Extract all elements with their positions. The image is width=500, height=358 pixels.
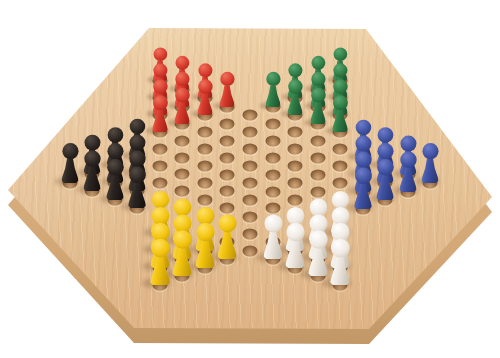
hole-r6-c3[interactable] (220, 135, 235, 146)
peg-body (287, 93, 302, 115)
peg-white[interactable] (262, 215, 283, 260)
hole-r12-c8[interactable] (243, 245, 258, 256)
hole-r5-c6[interactable] (288, 144, 303, 155)
peg-head (129, 167, 146, 184)
hole-r6-c8[interactable] (333, 178, 348, 189)
peg-head (333, 63, 347, 77)
peg-head (152, 95, 167, 110)
peg-black[interactable] (128, 167, 148, 208)
peg-head (198, 63, 212, 77)
peg-head (355, 119, 371, 135)
peg-white[interactable] (284, 223, 306, 268)
peg-body (310, 101, 326, 123)
peg-head (151, 239, 170, 258)
peg-blue[interactable] (375, 159, 395, 200)
peg-head (129, 151, 145, 167)
hole-r10-c6[interactable] (243, 211, 258, 222)
peg-blue[interactable] (398, 151, 417, 191)
peg-body (220, 85, 235, 107)
peg-head (62, 143, 78, 159)
peg-head (196, 223, 214, 241)
peg-body (61, 158, 78, 183)
hole-r5-c5[interactable] (265, 135, 280, 146)
product-photo-scene (0, 0, 500, 358)
peg-head (333, 79, 347, 93)
hole-r9-c4[interactable] (220, 186, 235, 197)
peg-head (84, 135, 100, 151)
hole-r7-c7[interactable] (310, 186, 325, 197)
peg-body (152, 109, 168, 132)
peg-red[interactable] (196, 79, 213, 115)
peg-head (311, 55, 325, 69)
peg-body (285, 240, 304, 268)
hole-r7-c1[interactable] (175, 135, 190, 146)
peg-head (153, 47, 167, 61)
peg-head (107, 159, 124, 176)
hole-r5-c7[interactable] (310, 152, 325, 163)
hole-r10-c5[interactable] (220, 203, 235, 214)
hole-r9-c2[interactable] (175, 169, 190, 180)
peg-red[interactable] (219, 71, 236, 106)
peg-white[interactable] (329, 239, 351, 285)
peg-head (288, 63, 302, 77)
peg-red[interactable] (174, 87, 191, 123)
peg-head (354, 151, 370, 167)
peg-body (376, 175, 394, 200)
hole-r6-c4[interactable] (242, 144, 257, 155)
peg-black[interactable] (105, 159, 125, 200)
peg-red[interactable] (151, 95, 169, 132)
hole-r10-c3[interactable] (175, 186, 190, 197)
peg-head (176, 55, 190, 69)
peg-head (355, 135, 371, 151)
peg-white[interactable] (307, 231, 329, 277)
peg-head (173, 231, 191, 249)
hole-r5-c4[interactable] (242, 127, 257, 138)
hole-r6-c2[interactable] (197, 127, 212, 138)
hole-r8-c5[interactable] (265, 186, 280, 197)
peg-head (422, 143, 438, 159)
peg-head (175, 71, 189, 85)
hole-r9-c3[interactable] (197, 177, 212, 188)
hole-r11-c7[interactable] (243, 228, 258, 239)
peg-head (153, 63, 167, 77)
peg-head (333, 47, 347, 61)
peg-yellow[interactable] (217, 215, 238, 260)
hole-r9-c1[interactable] (152, 160, 167, 171)
peg-body (197, 93, 212, 115)
peg-head (198, 79, 212, 93)
hole-r8-c6[interactable] (288, 195, 303, 206)
peg-head (129, 135, 145, 151)
peg-body (330, 256, 350, 285)
peg-body (175, 101, 191, 123)
peg-body (265, 85, 280, 107)
hole-r10-c2[interactable] (152, 177, 167, 188)
peg-green[interactable] (309, 87, 326, 123)
hole-r7-c3[interactable] (220, 152, 235, 163)
peg-head (377, 143, 393, 159)
hole-r7-c4[interactable] (242, 161, 257, 172)
peg-body (173, 248, 193, 276)
peg-body (399, 166, 416, 191)
peg-head (310, 71, 324, 85)
peg-head (288, 79, 302, 93)
hole-r7-c5[interactable] (265, 169, 280, 180)
peg-head (107, 143, 123, 159)
peg-blue[interactable] (421, 143, 440, 183)
peg-head (308, 231, 326, 249)
peg-body (106, 175, 124, 200)
hole-r8-c3[interactable] (220, 169, 235, 180)
peg-head (400, 135, 416, 151)
hole-r8-c1[interactable] (175, 152, 190, 163)
hole-r8-c4[interactable] (243, 178, 258, 189)
peg-body (263, 232, 282, 260)
peg-body (195, 240, 214, 268)
peg-head (218, 215, 236, 233)
peg-head (265, 71, 279, 85)
peg-green[interactable] (331, 95, 349, 132)
peg-head (220, 71, 234, 85)
hole-r10-c4[interactable] (197, 194, 212, 205)
hole-r6-c5[interactable] (265, 152, 280, 163)
peg-head (175, 87, 190, 102)
hole-r6-c7[interactable] (310, 169, 325, 180)
hole-r9-c5[interactable] (243, 194, 258, 205)
hole-r5-c3[interactable] (220, 118, 235, 129)
peg-head (399, 151, 415, 167)
peg-body (129, 183, 147, 209)
peg-yellow[interactable] (172, 231, 194, 277)
peg-head (130, 119, 146, 135)
hole-r8-c2[interactable] (197, 161, 212, 172)
peg-body (308, 248, 328, 276)
hole-r8-c0[interactable] (152, 144, 167, 155)
peg-head (377, 127, 393, 143)
peg-head (84, 151, 100, 167)
peg-head (331, 191, 348, 208)
hole-r4-c4[interactable] (242, 110, 257, 121)
peg-body (84, 166, 101, 191)
peg-green[interactable] (264, 71, 281, 106)
peg-body (218, 232, 237, 260)
peg-head (286, 223, 304, 241)
hole-r4-c7[interactable] (310, 135, 325, 146)
peg-body (422, 158, 439, 183)
hole-r5-c8[interactable] (333, 161, 348, 172)
hole-r4-c5[interactable] (265, 118, 280, 129)
hole-r7-c2[interactable] (197, 144, 212, 155)
peg-blue[interactable] (353, 167, 373, 208)
peg-head (333, 95, 348, 110)
peg-head (153, 79, 167, 93)
peg-black[interactable] (60, 143, 79, 183)
peg-head (107, 127, 123, 143)
hole-r4-c6[interactable] (288, 127, 303, 138)
hole-r6-c6[interactable] (288, 161, 303, 172)
peg-head (377, 159, 394, 176)
hole-r7-c6[interactable] (288, 178, 303, 189)
peg-head (151, 191, 168, 208)
peg-yellow[interactable] (149, 239, 171, 285)
peg-body (354, 183, 372, 209)
hole-r4-c8[interactable] (333, 144, 348, 155)
peg-head (331, 239, 350, 258)
peg-head (263, 215, 281, 233)
peg-black[interactable] (83, 151, 102, 191)
hole-r9-c6[interactable] (265, 203, 280, 214)
peg-head (354, 167, 371, 184)
peg-body (150, 256, 170, 285)
peg-head (310, 87, 325, 102)
peg-green[interactable] (287, 79, 304, 115)
peg-body (332, 109, 348, 132)
peg-yellow[interactable] (194, 223, 216, 268)
